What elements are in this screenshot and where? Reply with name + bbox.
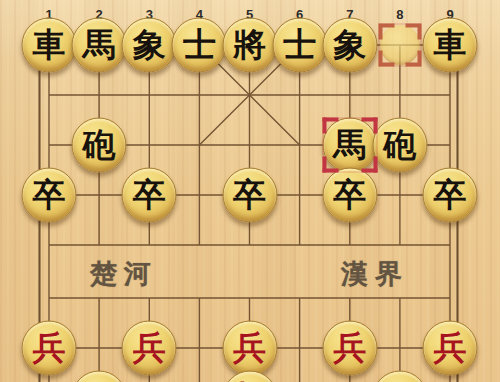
black-piece-砲-c8r3[interactable]: 砲 xyxy=(372,118,427,173)
red-piece-兵-c5r7[interactable]: 兵 xyxy=(222,321,277,376)
black-piece-馬-c7r3[interactable]: 馬 xyxy=(322,118,377,173)
red-piece-兵-c3r7[interactable]: 兵 xyxy=(122,321,177,376)
black-piece-象-c7r1[interactable]: 象 xyxy=(322,18,377,73)
black-piece-象-c3r1[interactable]: 象 xyxy=(122,18,177,73)
black-piece-卒-c5r4[interactable]: 卒 xyxy=(222,168,277,223)
red-piece-兵-c9r7[interactable]: 兵 xyxy=(423,321,478,376)
river-label-left: 楚河 xyxy=(90,256,158,292)
xiangqi-board[interactable]: 123456789 楚河 漢界 車馬象士將士象車砲馬砲卒卒卒卒卒兵兵兵兵兵炮相炮 xyxy=(0,0,500,382)
black-piece-車-c1r1[interactable]: 車 xyxy=(22,18,77,73)
black-piece-士-c6r1[interactable]: 士 xyxy=(272,18,327,73)
black-piece-砲-c2r3[interactable]: 砲 xyxy=(72,118,127,173)
river-label-right: 漢界 xyxy=(341,256,409,292)
black-piece-卒-c3r4[interactable]: 卒 xyxy=(122,168,177,223)
black-piece-卒-c7r4[interactable]: 卒 xyxy=(322,168,377,223)
black-piece-卒-c9r4[interactable]: 卒 xyxy=(423,168,478,223)
moved-piece-ghost xyxy=(380,25,420,65)
red-piece-兵-c7r7[interactable]: 兵 xyxy=(322,321,377,376)
column-label-8: 8 xyxy=(396,7,403,22)
red-piece-兵-c1r7[interactable]: 兵 xyxy=(22,321,77,376)
black-piece-士-c4r1[interactable]: 士 xyxy=(172,18,227,73)
black-piece-將-c5r1[interactable]: 將 xyxy=(222,18,277,73)
black-piece-卒-c1r4[interactable]: 卒 xyxy=(22,168,77,223)
black-piece-車-c9r1[interactable]: 車 xyxy=(423,18,478,73)
black-piece-馬-c2r1[interactable]: 馬 xyxy=(72,18,127,73)
